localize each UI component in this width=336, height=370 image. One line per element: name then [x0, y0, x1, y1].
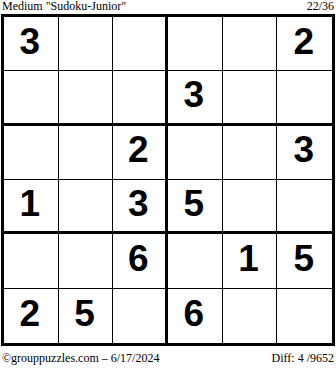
given-digit: 3 — [20, 21, 41, 63]
given-digit: 5 — [293, 238, 314, 280]
cell-r1c2[interactable] — [59, 17, 114, 71]
cell-r4c2[interactable] — [59, 180, 114, 234]
given-digit: 5 — [184, 183, 205, 225]
given-digit: 2 — [293, 21, 314, 63]
cell-r6c3[interactable] — [113, 289, 168, 343]
given-digit: 6 — [128, 238, 149, 280]
cell-r6c1: 2 — [4, 289, 59, 343]
cell-r5c6: 5 — [277, 234, 332, 288]
sudoku-grid: 32323135615256 — [1, 14, 335, 346]
cell-r2c6[interactable] — [277, 71, 332, 125]
difficulty-rating: Diff: 4 /9652 — [272, 351, 334, 365]
cell-r1c4[interactable] — [168, 17, 223, 71]
cell-r4c5[interactable] — [223, 180, 278, 234]
cell-r6c2: 5 — [59, 289, 114, 343]
cell-r2c3[interactable] — [113, 71, 168, 125]
given-digit: 6 — [184, 293, 205, 335]
cell-r5c2[interactable] — [59, 234, 114, 288]
cell-r3c5[interactable] — [223, 126, 278, 180]
cell-r6c4: 6 — [168, 289, 223, 343]
given-digit: 3 — [184, 74, 205, 116]
given-digit: 3 — [293, 129, 314, 171]
given-digit: 3 — [128, 183, 149, 225]
copyright-date: ©grouppuzzles.com – 6/17/2024 — [2, 351, 159, 365]
cell-r4c1: 1 — [4, 180, 59, 234]
cell-r5c3: 6 — [113, 234, 168, 288]
cell-r1c3[interactable] — [113, 17, 168, 71]
given-digit: 1 — [238, 238, 259, 280]
cell-r3c4[interactable] — [168, 126, 223, 180]
clue-counter: 22/36 — [307, 0, 334, 13]
given-digit: 2 — [128, 129, 149, 171]
cell-r5c5: 1 — [223, 234, 278, 288]
cell-r3c1[interactable] — [4, 126, 59, 180]
cell-r2c5[interactable] — [223, 71, 278, 125]
cell-r4c3: 3 — [113, 180, 168, 234]
given-digit: 2 — [20, 293, 41, 335]
cell-r1c5[interactable] — [223, 17, 278, 71]
cell-r5c4[interactable] — [168, 234, 223, 288]
cell-r4c6[interactable] — [277, 180, 332, 234]
cell-r6c6[interactable] — [277, 289, 332, 343]
puzzle-title: Medium "Sudoku-Junior" — [2, 0, 126, 13]
cell-r6c5[interactable] — [223, 289, 278, 343]
cell-r2c4: 3 — [168, 71, 223, 125]
cell-r2c2[interactable] — [59, 71, 114, 125]
header: Medium "Sudoku-Junior" 22/36 — [2, 0, 334, 13]
cell-r5c1[interactable] — [4, 234, 59, 288]
cell-r1c6: 2 — [277, 17, 332, 71]
cell-r1c1: 3 — [4, 17, 59, 71]
footer: ©grouppuzzles.com – 6/17/2024 Diff: 4 /9… — [2, 351, 334, 367]
cell-r2c1[interactable] — [4, 71, 59, 125]
cell-r3c2[interactable] — [59, 126, 114, 180]
given-digit: 1 — [20, 183, 41, 225]
cell-r4c4: 5 — [168, 180, 223, 234]
given-digit: 5 — [74, 293, 95, 335]
cell-r3c6: 3 — [277, 126, 332, 180]
cell-r3c3: 2 — [113, 126, 168, 180]
